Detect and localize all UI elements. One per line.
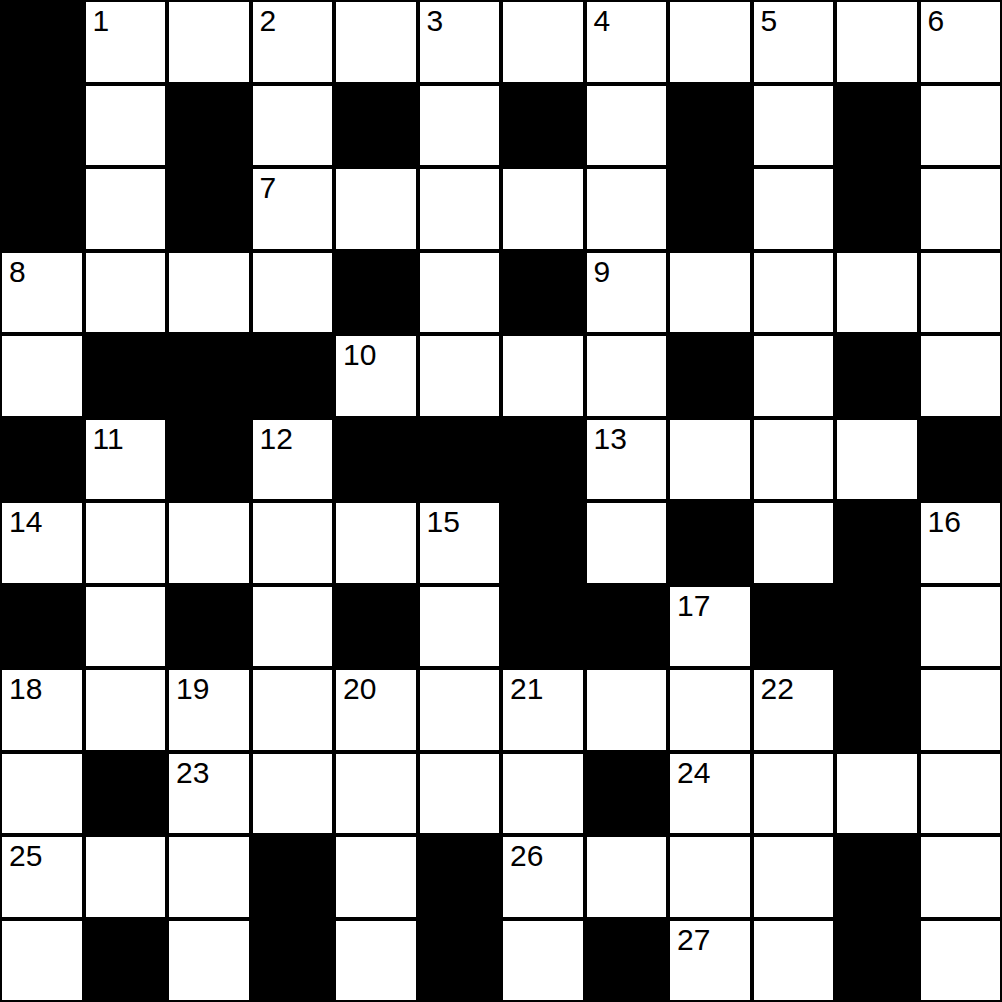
white-cell-r3c1[interactable]	[84, 251, 168, 335]
clue-number: 6	[928, 5, 945, 37]
clue-number: 1	[93, 5, 110, 37]
black-cell-r7c7	[585, 585, 669, 669]
black-cell-r2c10	[835, 167, 919, 251]
white-cell-r10c7[interactable]	[585, 835, 669, 919]
black-cell-r1c0	[0, 84, 84, 168]
white-cell-r5c9[interactable]	[752, 418, 836, 502]
white-cell-r8c2[interactable]: 19	[167, 668, 251, 752]
white-cell-r11c4[interactable]	[334, 919, 418, 1002]
crossword-board: 1234567891011121314151617181920212223242…	[0, 0, 1002, 1002]
black-cell-r11c5	[418, 919, 502, 1002]
white-cell-r10c4[interactable]	[334, 835, 418, 919]
white-cell-r2c7[interactable]	[585, 167, 669, 251]
clue-number: 25	[9, 840, 42, 872]
white-cell-r2c3[interactable]: 7	[251, 167, 335, 251]
white-cell-r4c7[interactable]	[585, 334, 669, 418]
black-cell-r4c1	[84, 334, 168, 418]
white-cell-r2c1[interactable]	[84, 167, 168, 251]
white-cell-r6c0[interactable]: 14	[0, 501, 84, 585]
clue-number: 21	[510, 673, 543, 705]
black-cell-r9c1	[84, 752, 168, 836]
black-cell-r11c7	[585, 919, 669, 1002]
white-cell-r9c10[interactable]	[835, 752, 919, 836]
black-cell-r10c3	[251, 835, 335, 919]
black-cell-r7c10	[835, 585, 919, 669]
white-cell-r3c7[interactable]: 9	[585, 251, 669, 335]
white-cell-r11c2[interactable]	[167, 919, 251, 1002]
white-cell-r9c4[interactable]	[334, 752, 418, 836]
white-cell-r0c10[interactable]	[835, 0, 919, 84]
white-cell-r10c6[interactable]: 26	[501, 835, 585, 919]
white-cell-r2c5[interactable]	[418, 167, 502, 251]
clue-number: 26	[510, 840, 543, 872]
black-cell-r8c10	[835, 668, 919, 752]
white-cell-r7c1[interactable]	[84, 585, 168, 669]
white-cell-r1c1[interactable]	[84, 84, 168, 168]
black-cell-r5c5	[418, 418, 502, 502]
white-cell-r8c5[interactable]	[418, 668, 502, 752]
white-cell-r4c9[interactable]	[752, 334, 836, 418]
clue-number: 12	[260, 423, 293, 455]
white-cell-r8c1[interactable]	[84, 668, 168, 752]
white-cell-r1c11[interactable]	[919, 84, 1002, 168]
white-cell-r3c9[interactable]	[752, 251, 836, 335]
white-cell-r0c9[interactable]: 5	[752, 0, 836, 84]
white-cell-r2c4[interactable]	[334, 167, 418, 251]
white-cell-r6c4[interactable]	[334, 501, 418, 585]
clue-number: 15	[427, 506, 460, 538]
black-cell-r0c0	[0, 0, 84, 84]
white-cell-r6c2[interactable]	[167, 501, 251, 585]
clue-number: 7	[260, 172, 277, 204]
white-cell-r7c8[interactable]: 17	[668, 585, 752, 669]
white-cell-r8c4[interactable]: 20	[334, 668, 418, 752]
white-cell-r8c7[interactable]	[585, 668, 669, 752]
black-cell-r1c8	[668, 84, 752, 168]
white-cell-r6c3[interactable]	[251, 501, 335, 585]
black-cell-r10c10	[835, 835, 919, 919]
white-cell-r1c7[interactable]	[585, 84, 669, 168]
white-cell-r6c11[interactable]: 16	[919, 501, 1002, 585]
white-cell-r9c5[interactable]	[418, 752, 502, 836]
white-cell-r3c8[interactable]	[668, 251, 752, 335]
white-cell-r10c2[interactable]	[167, 835, 251, 919]
white-cell-r9c8[interactable]: 24	[668, 752, 752, 836]
black-cell-r5c6	[501, 418, 585, 502]
white-cell-r0c3[interactable]: 2	[251, 0, 335, 84]
clue-number: 11	[93, 423, 124, 455]
clue-number: 20	[343, 673, 376, 705]
black-cell-r1c4	[334, 84, 418, 168]
clue-number: 8	[9, 256, 26, 288]
black-cell-r7c0	[0, 585, 84, 669]
clue-number: 3	[427, 5, 444, 37]
black-cell-r7c9	[752, 585, 836, 669]
white-cell-r3c11[interactable]	[919, 251, 1002, 335]
white-cell-r4c6[interactable]	[501, 334, 585, 418]
black-cell-r6c6	[501, 501, 585, 585]
white-cell-r6c1[interactable]	[84, 501, 168, 585]
white-cell-r2c11[interactable]	[919, 167, 1002, 251]
black-cell-r2c8	[668, 167, 752, 251]
white-cell-r1c5[interactable]	[418, 84, 502, 168]
white-cell-r6c9[interactable]	[752, 501, 836, 585]
black-cell-r5c11	[919, 418, 1002, 502]
clue-number: 4	[594, 5, 611, 37]
white-cell-r11c0[interactable]	[0, 919, 84, 1002]
black-cell-r10c5	[418, 835, 502, 919]
white-cell-r0c2[interactable]	[167, 0, 251, 84]
black-cell-r6c10	[835, 501, 919, 585]
white-cell-r5c10[interactable]	[835, 418, 919, 502]
white-cell-r10c1[interactable]	[84, 835, 168, 919]
white-cell-r9c0[interactable]	[0, 752, 84, 836]
white-cell-r7c3[interactable]	[251, 585, 335, 669]
black-cell-r11c10	[835, 919, 919, 1002]
black-cell-r9c7	[585, 752, 669, 836]
white-cell-r8c8[interactable]	[668, 668, 752, 752]
white-cell-r5c8[interactable]	[668, 418, 752, 502]
white-cell-r3c3[interactable]	[251, 251, 335, 335]
black-cell-r5c0	[0, 418, 84, 502]
white-cell-r11c11[interactable]	[919, 919, 1002, 1002]
black-cell-r4c8	[668, 334, 752, 418]
white-cell-r2c9[interactable]	[752, 167, 836, 251]
white-cell-r9c9[interactable]	[752, 752, 836, 836]
clue-number: 23	[176, 757, 209, 789]
black-cell-r7c6	[501, 585, 585, 669]
white-cell-r4c5[interactable]	[418, 334, 502, 418]
black-cell-r4c3	[251, 334, 335, 418]
white-cell-r9c2[interactable]: 23	[167, 752, 251, 836]
black-cell-r3c6	[501, 251, 585, 335]
white-cell-r8c11[interactable]	[919, 668, 1002, 752]
white-cell-r10c0[interactable]: 25	[0, 835, 84, 919]
white-cell-r10c9[interactable]	[752, 835, 836, 919]
clue-number: 24	[677, 757, 710, 789]
white-cell-r0c4[interactable]	[334, 0, 418, 84]
white-cell-r6c7[interactable]	[585, 501, 669, 585]
clue-number: 19	[176, 673, 209, 705]
white-cell-r3c0[interactable]: 8	[0, 251, 84, 335]
white-cell-r0c6[interactable]	[501, 0, 585, 84]
white-cell-r8c6[interactable]: 21	[501, 668, 585, 752]
white-cell-r9c6[interactable]	[501, 752, 585, 836]
white-cell-r7c5[interactable]	[418, 585, 502, 669]
clue-number: 5	[761, 5, 778, 37]
white-cell-r1c9[interactable]	[752, 84, 836, 168]
clue-number: 27	[677, 924, 710, 956]
white-cell-r11c8[interactable]: 27	[668, 919, 752, 1002]
white-cell-r9c3[interactable]	[251, 752, 335, 836]
white-cell-r2c6[interactable]	[501, 167, 585, 251]
clue-number: 18	[9, 673, 42, 705]
white-cell-r10c11[interactable]	[919, 835, 1002, 919]
white-cell-r5c3[interactable]: 12	[251, 418, 335, 502]
clue-number: 14	[9, 506, 42, 538]
clue-number: 16	[928, 506, 961, 538]
white-cell-r5c1[interactable]: 11	[84, 418, 168, 502]
white-cell-r10c8[interactable]	[668, 835, 752, 919]
white-cell-r5c7[interactable]: 13	[585, 418, 669, 502]
white-cell-r8c9[interactable]: 22	[752, 668, 836, 752]
clue-number: 22	[761, 673, 794, 705]
black-cell-r4c10	[835, 334, 919, 418]
white-cell-r3c10[interactable]	[835, 251, 919, 335]
black-cell-r6c8	[668, 501, 752, 585]
white-cell-r9c11[interactable]	[919, 752, 1002, 836]
white-cell-r8c3[interactable]	[251, 668, 335, 752]
white-cell-r0c7[interactable]: 4	[585, 0, 669, 84]
white-cell-r11c6[interactable]	[501, 919, 585, 1002]
black-cell-r3c4	[334, 251, 418, 335]
black-cell-r5c4	[334, 418, 418, 502]
black-cell-r1c2	[167, 84, 251, 168]
black-cell-r11c1	[84, 919, 168, 1002]
white-cell-r4c0[interactable]	[0, 334, 84, 418]
clue-number: 17	[677, 590, 710, 622]
white-cell-r1c3[interactable]	[251, 84, 335, 168]
black-cell-r2c2	[167, 167, 251, 251]
clue-number: 10	[343, 339, 376, 371]
black-cell-r1c6	[501, 84, 585, 168]
white-cell-r0c8[interactable]	[668, 0, 752, 84]
white-cell-r3c5[interactable]	[418, 251, 502, 335]
clue-number: 2	[260, 5, 277, 37]
clue-number: 9	[594, 256, 611, 288]
black-cell-r2c0	[0, 167, 84, 251]
white-cell-r4c4[interactable]: 10	[334, 334, 418, 418]
black-cell-r11c3	[251, 919, 335, 1002]
black-cell-r4c2	[167, 334, 251, 418]
white-cell-r7c11[interactable]	[919, 585, 1002, 669]
white-cell-r11c9[interactable]	[752, 919, 836, 1002]
white-cell-r0c11[interactable]: 6	[919, 0, 1002, 84]
clue-number: 13	[594, 423, 627, 455]
white-cell-r4c11[interactable]	[919, 334, 1002, 418]
black-cell-r1c10	[835, 84, 919, 168]
black-cell-r5c2	[167, 418, 251, 502]
white-cell-r6c5[interactable]: 15	[418, 501, 502, 585]
white-cell-r0c5[interactable]: 3	[418, 0, 502, 84]
black-cell-r7c2	[167, 585, 251, 669]
white-cell-r3c2[interactable]	[167, 251, 251, 335]
white-cell-r8c0[interactable]: 18	[0, 668, 84, 752]
black-cell-r7c4	[334, 585, 418, 669]
white-cell-r0c1[interactable]: 1	[84, 0, 168, 84]
